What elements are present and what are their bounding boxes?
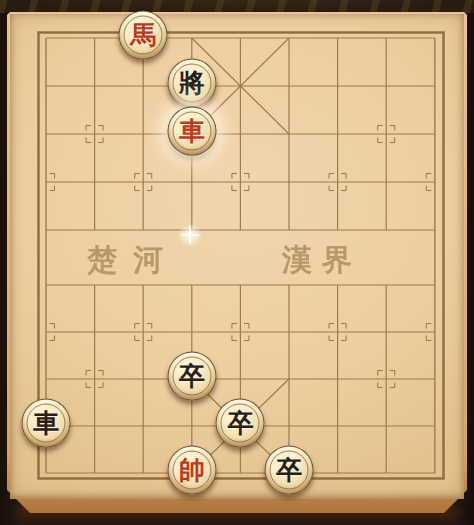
black-general-glyph: 將	[179, 69, 205, 95]
sparkle-effect	[177, 222, 203, 248]
red-horse-glyph: 馬	[130, 21, 156, 47]
black-soldier[interactable]: 卒	[265, 446, 314, 495]
black-soldier-glyph: 卒	[276, 456, 302, 482]
pieces-layer: 馬將車卒車卒帥卒	[0, 0, 474, 525]
xiangqi-app: 楚河漢界 馬將車卒車卒帥卒	[0, 0, 474, 525]
black-general[interactable]: 將	[167, 59, 216, 108]
black-chariot[interactable]: 車	[22, 399, 71, 448]
black-soldier-glyph: 卒	[227, 409, 253, 435]
red-chariot[interactable]: 車	[167, 107, 216, 156]
black-soldier[interactable]: 卒	[167, 352, 216, 401]
black-soldier[interactable]: 卒	[216, 399, 265, 448]
red-chariot-glyph: 車	[179, 117, 205, 143]
black-chariot-glyph: 車	[33, 409, 59, 435]
red-horse[interactable]: 馬	[119, 11, 168, 60]
red-general-glyph: 帥	[179, 456, 205, 482]
red-general[interactable]: 帥	[167, 446, 216, 495]
black-soldier-glyph: 卒	[179, 362, 205, 388]
